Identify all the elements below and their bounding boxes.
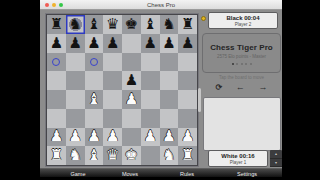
square-e6[interactable]	[122, 53, 141, 72]
square-b4[interactable]	[66, 90, 85, 109]
piece-black-king: ♚	[125, 16, 138, 31]
white-clock-time: White 00:16	[209, 153, 267, 159]
piece-black-pawn: ♟	[106, 35, 119, 50]
square-f1[interactable]	[141, 146, 160, 165]
square-g6[interactable]	[160, 53, 179, 72]
legal-move-hint	[52, 58, 60, 66]
turn-indicator-dot	[201, 16, 206, 21]
app-window: Chess Pro ♜♞♝♛♚♝♞♜♟♟♟♟♟♟♟♟♝♟♟♟♟♟♟♟♟♜♞♝♛♚…	[40, 0, 282, 177]
piece-white-pawn: ♟	[87, 129, 100, 144]
square-g3[interactable]	[160, 109, 179, 128]
square-g1[interactable]: ♞	[160, 146, 179, 165]
square-e3[interactable]	[122, 109, 141, 128]
piece-white-pawn: ♟	[143, 129, 156, 144]
square-c8[interactable]: ♝	[85, 15, 104, 34]
square-a6[interactable]	[47, 53, 66, 72]
square-f8[interactable]: ♝	[141, 15, 160, 34]
square-g5[interactable]	[160, 71, 179, 90]
black-clock-time: Black 00:04	[209, 15, 277, 21]
square-d8[interactable]: ♛	[103, 15, 122, 34]
square-b8[interactable]: ♞	[66, 15, 85, 34]
piece-white-pawn: ♟	[162, 129, 175, 144]
engine-pager-dots[interactable]	[203, 63, 280, 65]
square-c4[interactable]: ♝	[85, 90, 104, 109]
square-a2[interactable]: ♟	[47, 128, 66, 147]
tab-game[interactable]: Game	[71, 171, 86, 177]
square-c6[interactable]	[85, 53, 104, 72]
piece-white-pawn: ♟	[106, 129, 119, 144]
game-controls: ⟳ ← →	[202, 81, 281, 94]
black-player-label: Player 2	[209, 22, 277, 27]
piece-black-rook: ♜	[50, 16, 63, 31]
square-f6[interactable]	[141, 53, 160, 72]
square-g7[interactable]: ♟	[160, 34, 179, 53]
square-b6[interactable]	[66, 53, 85, 72]
square-d7[interactable]: ♟	[103, 34, 122, 53]
square-a5[interactable]	[47, 71, 66, 90]
square-h8[interactable]: ♜	[178, 15, 197, 34]
square-b1[interactable]: ♞	[66, 146, 85, 165]
square-g2[interactable]: ♟	[160, 128, 179, 147]
window-title: Chess Pro	[40, 2, 282, 8]
piece-black-knight: ♞	[162, 16, 175, 31]
clock-options-widget[interactable]: ▴ ▾	[270, 150, 282, 167]
piece-white-pawn: ♟	[68, 129, 81, 144]
square-c3[interactable]	[85, 109, 104, 128]
tab-rules[interactable]: Rules	[180, 171, 194, 177]
square-c5[interactable]	[85, 71, 104, 90]
square-h2[interactable]: ♟	[178, 128, 197, 147]
square-e2[interactable]	[122, 128, 141, 147]
square-f7[interactable]: ♟	[141, 34, 160, 53]
square-d4[interactable]	[103, 90, 122, 109]
square-a7[interactable]: ♟	[47, 34, 66, 53]
piece-black-bishop: ♝	[143, 16, 156, 31]
tab-settings[interactable]: Settings	[237, 171, 257, 177]
square-f2[interactable]: ♟	[141, 128, 160, 147]
square-g8[interactable]: ♞	[160, 15, 179, 34]
square-c1[interactable]: ♝	[85, 146, 104, 165]
square-d2[interactable]: ♟	[103, 128, 122, 147]
piece-white-bishop: ♝	[87, 91, 100, 106]
engine-subtitle: 2575 Elo points - Master	[203, 54, 280, 59]
square-f4[interactable]	[141, 90, 160, 109]
square-f5[interactable]	[141, 71, 160, 90]
title-bar: Chess Pro	[40, 0, 282, 10]
piece-white-king: ♚	[125, 148, 138, 163]
engine-name: Chess Tiger Pro	[203, 43, 280, 52]
square-e8[interactable]: ♚	[122, 15, 141, 34]
board-hint-text: Tap the board to move	[202, 75, 281, 80]
piece-black-knight: ♞	[68, 16, 81, 31]
redo-move-icon[interactable]: →	[258, 83, 267, 92]
piece-black-pawn: ♟	[50, 35, 63, 50]
piece-black-pawn: ♟	[181, 35, 194, 50]
square-e7[interactable]	[122, 34, 141, 53]
square-f3[interactable]	[141, 109, 160, 128]
square-b7[interactable]: ♟	[66, 34, 85, 53]
square-d6[interactable]	[103, 53, 122, 72]
square-a8[interactable]: ♜	[47, 15, 66, 34]
square-e4[interactable]: ♟	[122, 90, 141, 109]
white-player-label: Player 1	[209, 160, 267, 165]
tab-moves[interactable]: Moves	[122, 171, 138, 177]
square-g4[interactable]	[160, 90, 179, 109]
square-h7[interactable]: ♟	[178, 34, 197, 53]
undo-move-icon[interactable]: ←	[236, 83, 245, 92]
scroll-up-icon[interactable]: ▴	[270, 150, 282, 159]
bottom-tab-bar: Game Moves Rules Settings	[40, 168, 282, 177]
black-clock: Black 00:04 Player 2	[208, 12, 278, 29]
legal-move-hint	[90, 58, 98, 66]
square-d5[interactable]	[103, 71, 122, 90]
piece-black-pawn: ♟	[143, 35, 156, 50]
square-b3[interactable]	[66, 109, 85, 128]
piece-black-pawn: ♟	[125, 73, 138, 88]
piece-white-pawn: ♟	[181, 129, 194, 144]
piece-white-bishop: ♝	[87, 148, 100, 163]
piece-white-queen: ♛	[106, 148, 119, 163]
square-b5[interactable]	[66, 71, 85, 90]
piece-black-bishop: ♝	[87, 16, 100, 31]
panel-divider-handle[interactable]	[198, 88, 201, 112]
square-h4[interactable]	[178, 90, 197, 109]
square-c2[interactable]: ♟	[85, 128, 104, 147]
move-list-panel[interactable]	[203, 97, 281, 151]
square-a1[interactable]: ♜	[47, 146, 66, 165]
square-b2[interactable]: ♟	[66, 128, 85, 147]
piece-white-knight: ♞	[162, 148, 175, 163]
square-d3[interactable]	[103, 109, 122, 128]
engine-card[interactable]: Chess Tiger Pro 2575 Elo points - Master	[202, 33, 281, 73]
white-clock: White 00:16 Player 1	[208, 150, 268, 167]
piece-white-pawn: ♟	[125, 91, 138, 106]
square-h5[interactable]	[178, 71, 197, 90]
square-e1[interactable]: ♚	[122, 146, 141, 165]
flip-board-icon[interactable]: ⟳	[216, 84, 223, 92]
square-a3[interactable]	[47, 109, 66, 128]
piece-white-rook: ♜	[50, 148, 63, 163]
piece-black-pawn: ♟	[87, 35, 100, 50]
piece-white-knight: ♞	[68, 148, 81, 163]
chess-board[interactable]: ♜♞♝♛♚♝♞♜♟♟♟♟♟♟♟♟♝♟♟♟♟♟♟♟♟♜♞♝♛♚♞♜	[46, 14, 198, 166]
square-h6[interactable]	[178, 53, 197, 72]
square-h3[interactable]	[178, 109, 197, 128]
piece-white-pawn: ♟	[50, 129, 63, 144]
screen: Chess Pro ♜♞♝♛♚♝♞♜♟♟♟♟♟♟♟♟♝♟♟♟♟♟♟♟♟♜♞♝♛♚…	[0, 0, 320, 180]
piece-black-queen: ♛	[106, 16, 119, 31]
square-c7[interactable]: ♟	[85, 34, 104, 53]
piece-white-rook: ♜	[181, 148, 194, 163]
piece-black-pawn: ♟	[68, 35, 81, 50]
scroll-down-icon[interactable]: ▾	[270, 159, 282, 168]
square-d1[interactable]: ♛	[103, 146, 122, 165]
piece-black-rook: ♜	[181, 16, 194, 31]
square-e5[interactable]: ♟	[122, 71, 141, 90]
square-h1[interactable]: ♜	[178, 146, 197, 165]
piece-black-pawn: ♟	[162, 35, 175, 50]
square-a4[interactable]	[47, 90, 66, 109]
